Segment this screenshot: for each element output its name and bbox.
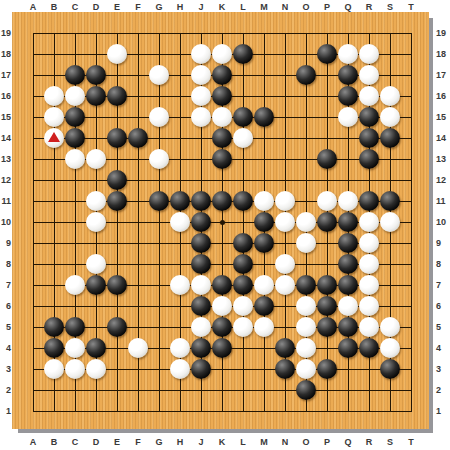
black-stone	[317, 317, 337, 337]
black-stone	[86, 86, 106, 106]
coord-label-left-7: 7	[0, 279, 11, 291]
white-stone	[65, 149, 85, 169]
white-stone	[170, 359, 190, 379]
white-stone	[233, 317, 253, 337]
coord-label-top-S: S	[380, 1, 400, 13]
white-stone	[359, 233, 379, 253]
coord-label-top-O: O	[296, 1, 316, 13]
white-stone	[191, 44, 211, 64]
coord-label-left-4: 4	[0, 342, 11, 354]
black-stone	[359, 191, 379, 211]
black-stone	[359, 107, 379, 127]
black-stone	[212, 275, 232, 295]
coord-label-left-9: 9	[0, 237, 11, 249]
white-stone	[338, 191, 358, 211]
white-stone	[44, 86, 64, 106]
coord-label-right-9: 9	[436, 237, 450, 249]
white-stone	[338, 107, 358, 127]
coord-label-left-15: 15	[0, 111, 11, 123]
white-stone	[380, 86, 400, 106]
white-stone	[149, 65, 169, 85]
black-stone	[212, 128, 232, 148]
coord-label-top-L: L	[233, 1, 253, 13]
star-point	[220, 220, 225, 225]
black-stone	[65, 128, 85, 148]
coord-label-top-A: A	[23, 1, 43, 13]
black-stone	[65, 107, 85, 127]
coord-label-left-1: 1	[0, 405, 11, 417]
coord-label-left-6: 6	[0, 300, 11, 312]
black-stone	[128, 128, 148, 148]
black-stone	[338, 86, 358, 106]
coord-label-left-2: 2	[0, 384, 11, 396]
coord-label-bottom-H: H	[170, 436, 190, 448]
white-stone	[275, 212, 295, 232]
white-stone	[359, 212, 379, 232]
black-stone	[86, 275, 106, 295]
coord-label-bottom-C: C	[65, 436, 85, 448]
coord-label-right-15: 15	[436, 111, 450, 123]
coord-label-right-5: 5	[436, 321, 450, 333]
white-stone	[296, 359, 316, 379]
white-stone	[44, 107, 64, 127]
black-stone	[296, 275, 316, 295]
coord-label-left-5: 5	[0, 321, 11, 333]
coord-label-right-17: 17	[436, 69, 450, 81]
coord-label-right-2: 2	[436, 384, 450, 396]
white-stone	[254, 191, 274, 211]
coord-label-bottom-N: N	[275, 436, 295, 448]
white-stone	[275, 191, 295, 211]
coord-label-top-Q: Q	[338, 1, 358, 13]
coord-label-bottom-J: J	[191, 436, 211, 448]
white-stone	[296, 317, 316, 337]
white-stone	[191, 275, 211, 295]
coord-label-bottom-D: D	[86, 436, 106, 448]
white-stone	[212, 44, 232, 64]
black-stone	[65, 65, 85, 85]
black-stone	[191, 233, 211, 253]
coord-label-right-6: 6	[436, 300, 450, 312]
white-stone	[212, 296, 232, 316]
coord-label-bottom-S: S	[380, 436, 400, 448]
coord-label-left-8: 8	[0, 258, 11, 270]
black-stone	[317, 359, 337, 379]
coord-label-bottom-O: O	[296, 436, 316, 448]
white-stone	[212, 107, 232, 127]
coord-label-top-C: C	[65, 1, 85, 13]
black-stone	[317, 44, 337, 64]
white-stone	[191, 65, 211, 85]
black-stone	[191, 296, 211, 316]
black-stone	[212, 191, 232, 211]
coord-label-top-R: R	[359, 1, 379, 13]
black-stone	[44, 338, 64, 358]
white-stone	[191, 317, 211, 337]
coord-label-top-B: B	[44, 1, 64, 13]
white-stone	[233, 296, 253, 316]
white-stone	[359, 44, 379, 64]
coord-label-bottom-M: M	[254, 436, 274, 448]
white-stone	[86, 254, 106, 274]
black-stone	[107, 170, 127, 190]
white-stone	[44, 359, 64, 379]
white-stone	[359, 317, 379, 337]
white-stone	[107, 44, 127, 64]
coord-label-top-H: H	[170, 1, 190, 13]
black-stone	[65, 317, 85, 337]
black-stone	[359, 128, 379, 148]
coord-label-right-12: 12	[436, 174, 450, 186]
white-stone	[317, 191, 337, 211]
coord-label-top-F: F	[128, 1, 148, 13]
black-stone	[338, 338, 358, 358]
white-stone	[296, 233, 316, 253]
white-stone	[338, 44, 358, 64]
black-stone	[317, 149, 337, 169]
white-stone	[191, 107, 211, 127]
coord-label-right-8: 8	[436, 258, 450, 270]
black-stone	[107, 128, 127, 148]
coord-label-right-14: 14	[436, 132, 450, 144]
black-stone	[359, 338, 379, 358]
black-stone	[338, 233, 358, 253]
coord-label-right-18: 18	[436, 48, 450, 60]
black-stone	[44, 317, 64, 337]
coord-label-right-4: 4	[436, 342, 450, 354]
white-stone	[254, 275, 274, 295]
black-stone	[233, 107, 253, 127]
coord-label-top-N: N	[275, 1, 295, 13]
coord-label-left-16: 16	[0, 90, 11, 102]
white-stone	[86, 359, 106, 379]
black-stone	[86, 338, 106, 358]
white-stone	[359, 254, 379, 274]
white-stone	[359, 296, 379, 316]
white-stone	[296, 212, 316, 232]
coord-label-bottom-E: E	[107, 436, 127, 448]
coord-label-top-G: G	[149, 1, 169, 13]
coord-label-bottom-A: A	[23, 436, 43, 448]
white-stone	[275, 275, 295, 295]
coord-label-bottom-L: L	[233, 436, 253, 448]
coord-label-right-16: 16	[436, 90, 450, 102]
black-stone	[338, 65, 358, 85]
coord-label-top-E: E	[107, 1, 127, 13]
black-stone	[212, 65, 232, 85]
coord-label-left-13: 13	[0, 153, 11, 165]
white-stone	[380, 317, 400, 337]
last-move-marker	[48, 132, 60, 142]
go-board[interactable]	[12, 12, 429, 429]
coord-label-bottom-T: T	[401, 436, 421, 448]
black-stone	[191, 359, 211, 379]
black-stone	[191, 212, 211, 232]
white-stone	[275, 254, 295, 274]
coord-label-left-10: 10	[0, 216, 11, 228]
coord-label-top-M: M	[254, 1, 274, 13]
black-stone	[317, 212, 337, 232]
white-stone	[191, 86, 211, 106]
coord-label-top-T: T	[401, 1, 421, 13]
coord-label-bottom-Q: Q	[338, 436, 358, 448]
black-stone	[212, 149, 232, 169]
coord-label-bottom-F: F	[128, 436, 148, 448]
coord-label-left-18: 18	[0, 48, 11, 60]
coord-label-right-7: 7	[436, 279, 450, 291]
white-stone	[380, 212, 400, 232]
coord-label-bottom-B: B	[44, 436, 64, 448]
coord-label-left-12: 12	[0, 174, 11, 186]
black-stone	[107, 317, 127, 337]
black-stone	[254, 212, 274, 232]
black-stone	[296, 65, 316, 85]
coord-label-right-13: 13	[436, 153, 450, 165]
black-stone	[191, 191, 211, 211]
white-stone	[380, 338, 400, 358]
black-stone	[359, 149, 379, 169]
black-stone	[338, 275, 358, 295]
go-diagram-page: { "game": "go", "board": { "size": 19, "…	[0, 0, 450, 450]
coord-label-left-19: 19	[0, 27, 11, 39]
white-stone	[170, 275, 190, 295]
coord-label-bottom-G: G	[149, 436, 169, 448]
white-stone	[359, 65, 379, 85]
white-stone	[359, 86, 379, 106]
coord-label-left-11: 11	[0, 195, 11, 207]
black-stone	[212, 86, 232, 106]
black-stone	[380, 359, 400, 379]
white-stone	[254, 317, 274, 337]
coord-label-right-19: 19	[436, 27, 450, 39]
black-stone	[254, 296, 274, 316]
black-stone	[107, 275, 127, 295]
white-stone	[380, 107, 400, 127]
coord-label-top-K: K	[212, 1, 232, 13]
coord-label-bottom-K: K	[212, 436, 232, 448]
coord-label-right-1: 1	[436, 405, 450, 417]
coord-label-bottom-P: P	[317, 436, 337, 448]
white-stone	[149, 107, 169, 127]
black-stone	[275, 338, 295, 358]
white-stone	[338, 296, 358, 316]
white-stone	[296, 338, 316, 358]
black-stone	[212, 338, 232, 358]
coord-label-bottom-R: R	[359, 436, 379, 448]
white-stone	[170, 212, 190, 232]
white-stone	[65, 359, 85, 379]
black-stone	[233, 191, 253, 211]
coord-label-right-10: 10	[436, 216, 450, 228]
white-stone	[86, 149, 106, 169]
black-stone	[170, 191, 190, 211]
white-stone	[65, 86, 85, 106]
white-stone	[86, 212, 106, 232]
black-stone	[296, 380, 316, 400]
white-stone	[359, 275, 379, 295]
black-stone	[233, 275, 253, 295]
coord-label-top-D: D	[86, 1, 106, 13]
black-stone	[380, 191, 400, 211]
black-stone	[233, 44, 253, 64]
black-stone	[338, 212, 358, 232]
black-stone	[86, 65, 106, 85]
black-stone	[149, 191, 169, 211]
black-stone	[338, 317, 358, 337]
black-stone	[212, 317, 232, 337]
black-stone	[254, 233, 274, 253]
coord-label-top-P: P	[317, 1, 337, 13]
white-stone	[128, 338, 148, 358]
black-stone	[107, 191, 127, 211]
black-stone	[275, 359, 295, 379]
white-stone	[86, 191, 106, 211]
black-stone	[107, 86, 127, 106]
black-stone	[317, 275, 337, 295]
white-stone	[65, 338, 85, 358]
coord-label-right-3: 3	[436, 363, 450, 375]
white-stone	[65, 275, 85, 295]
coord-label-left-14: 14	[0, 132, 11, 144]
white-stone	[233, 128, 253, 148]
black-stone	[254, 107, 274, 127]
coord-label-left-3: 3	[0, 363, 11, 375]
coord-label-top-J: J	[191, 1, 211, 13]
black-stone	[338, 254, 358, 274]
black-stone	[233, 254, 253, 274]
black-stone	[191, 338, 211, 358]
black-stone	[317, 296, 337, 316]
white-stone	[149, 149, 169, 169]
white-stone	[296, 296, 316, 316]
white-stone	[170, 338, 190, 358]
coord-label-left-17: 17	[0, 69, 11, 81]
coord-label-right-11: 11	[436, 195, 450, 207]
black-stone	[233, 233, 253, 253]
black-stone	[380, 128, 400, 148]
black-stone	[191, 254, 211, 274]
